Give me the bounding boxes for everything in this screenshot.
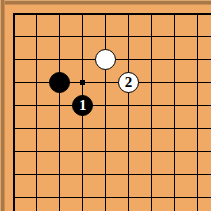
go-board-diagram: 12 [0,0,211,211]
grid-line-horizontal [13,105,211,106]
grid-line-horizontal [13,82,211,83]
grid-line-horizontal [13,36,211,37]
grid-line-horizontal [13,13,211,15]
stone-white [95,49,116,70]
grid-line-vertical [105,13,106,211]
grid-line-vertical [197,13,198,211]
stone-black [49,72,70,93]
star-point-hoshi [80,80,85,85]
grid-line-horizontal [13,151,211,152]
grid-line-vertical [151,13,152,211]
stone-move-number: 2 [125,75,133,90]
grid-line-vertical [59,13,60,211]
grid-line-vertical [174,13,175,211]
grid-line-horizontal [13,128,211,129]
board-frame-left-edge [0,0,5,211]
stone-move-number: 1 [79,98,87,113]
grid-line-horizontal [13,197,211,198]
stone-black-move-1: 1 [72,95,93,116]
grid-line-vertical [13,13,15,211]
stone-white-move-2: 2 [118,72,139,93]
grid-line-vertical [128,13,129,211]
grid-line-horizontal [13,174,211,175]
grid-line-vertical [36,13,37,211]
board-frame-top-edge [0,0,211,5]
